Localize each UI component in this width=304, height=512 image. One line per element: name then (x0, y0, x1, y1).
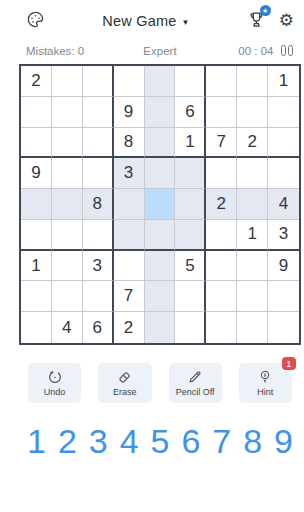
sudoku-cell-r2c5[interactable] (145, 97, 176, 128)
sudoku-cell-r2c8[interactable] (237, 97, 268, 128)
hint-count-badge: 1 (282, 357, 296, 370)
gear-icon: ⚙ (279, 12, 294, 30)
new-game-dropdown[interactable]: New Game ▼ (45, 13, 247, 29)
sudoku-cell-r1c7[interactable] (206, 66, 237, 97)
sudoku-cell-r9c5[interactable] (145, 312, 176, 343)
lightbulb-icon (257, 369, 273, 385)
pencil-label: Pencil Off (176, 387, 215, 397)
sudoku-cell-r2c6[interactable]: 6 (175, 97, 206, 128)
sudoku-cell-r1c4[interactable] (114, 66, 145, 97)
sudoku-cell-r5c2[interactable] (52, 189, 83, 220)
sudoku-cell-r6c7[interactable] (206, 220, 237, 251)
sudoku-cell-r4c8[interactable] (237, 158, 268, 189)
undo-icon (47, 369, 63, 385)
settings-button[interactable]: ⚙ (279, 12, 294, 30)
sudoku-cell-r3c9[interactable] (268, 128, 299, 159)
sudoku-cell-r9c8[interactable] (237, 312, 268, 343)
status-bar: Mistakes: 0 Expert 00 : 04 (16, 44, 304, 57)
erase-label: Erase (113, 387, 137, 397)
hint-button[interactable]: Hint 1 (239, 363, 292, 403)
mistakes-counter: Mistakes: 0 (26, 45, 115, 57)
numpad-5[interactable]: 5 (151, 423, 170, 459)
sudoku-cell-r2c1[interactable] (21, 97, 52, 128)
sudoku-cell-r1c3[interactable] (83, 66, 114, 97)
sudoku-cell-r4c1[interactable]: 9 (21, 158, 52, 189)
sudoku-cell-r8c5[interactable] (145, 281, 176, 312)
pause-icon (288, 45, 293, 56)
header: New Game ▼ ★ ⚙ (16, 0, 304, 32)
erase-button[interactable]: Erase (98, 363, 151, 403)
chevron-down-icon: ▼ (181, 16, 189, 27)
sudoku-cell-r7c1[interactable]: 1 (21, 251, 52, 282)
pause-icon (281, 45, 286, 56)
numpad-8[interactable]: 8 (243, 423, 262, 459)
sudoku-cell-r3c8[interactable]: 2 (237, 128, 268, 159)
numpad-4[interactable]: 4 (120, 423, 139, 459)
sudoku-cell-r5c1[interactable] (21, 189, 52, 220)
sudoku-cell-r4c4[interactable]: 3 (114, 158, 145, 189)
sudoku-cell-r3c4[interactable]: 8 (114, 128, 145, 159)
sudoku-cell-r3c2[interactable] (52, 128, 83, 159)
theme-palette-button[interactable] (26, 10, 45, 33)
sudoku-cell-r1c2[interactable] (52, 66, 83, 97)
sudoku-cell-r6c4[interactable] (114, 220, 145, 251)
star-badge: ★ (260, 5, 271, 16)
header-right: ★ ⚙ (247, 10, 294, 33)
pencil-button[interactable]: Pencil Off (169, 363, 222, 403)
eraser-icon (117, 369, 133, 385)
sudoku-cell-r8c9[interactable] (268, 281, 299, 312)
sudoku-cell-r7c5[interactable] (145, 251, 176, 282)
sudoku-cell-r1c8[interactable] (237, 66, 268, 97)
sudoku-cell-r7c6[interactable]: 5 (175, 251, 206, 282)
sudoku-cell-r9c9[interactable] (268, 312, 299, 343)
sudoku-cell-r8c1[interactable] (21, 281, 52, 312)
sudoku-cell-r9c1[interactable] (21, 312, 52, 343)
sudoku-cell-r1c6[interactable] (175, 66, 206, 97)
sudoku-cell-r8c2[interactable] (52, 281, 83, 312)
sudoku-cell-r5c5[interactable] (145, 189, 176, 220)
pause-button[interactable] (280, 44, 294, 57)
sudoku-cell-r2c7[interactable] (206, 97, 237, 128)
sudoku-cell-r4c9[interactable] (268, 158, 299, 189)
pencil-icon (187, 369, 203, 385)
sudoku-cell-r4c7[interactable] (206, 158, 237, 189)
sudoku-cell-r3c6[interactable]: 1 (175, 128, 206, 159)
sudoku-cell-r1c9[interactable]: 1 (268, 66, 299, 97)
sudoku-cell-r6c5[interactable] (145, 220, 176, 251)
sudoku-cell-r8c7[interactable] (206, 281, 237, 312)
sudoku-cell-r6c1[interactable] (21, 220, 52, 251)
sudoku-cell-r7c3[interactable]: 3 (83, 251, 114, 282)
sudoku-cell-r5c4[interactable] (114, 189, 145, 220)
undo-button[interactable]: Undo (28, 363, 81, 403)
sudoku-cell-r8c3[interactable] (83, 281, 114, 312)
sudoku-cell-r9c2[interactable]: 4 (52, 312, 83, 343)
sudoku-cell-r2c4[interactable]: 9 (114, 97, 145, 128)
page-title: New Game (102, 13, 176, 29)
undo-label: Undo (44, 387, 66, 397)
sudoku-cell-r3c1[interactable] (21, 128, 52, 159)
sudoku-cell-r8c6[interactable] (175, 281, 206, 312)
sudoku-cell-r1c1[interactable]: 2 (21, 66, 52, 97)
sudoku-board: 21968172938241313597462 (19, 64, 301, 345)
sudoku-cell-r5c8[interactable] (237, 189, 268, 220)
sudoku-cell-r2c9[interactable] (268, 97, 299, 128)
sudoku-cell-r4c6[interactable] (175, 158, 206, 189)
sudoku-cell-r3c7[interactable]: 7 (206, 128, 237, 159)
sudoku-cell-r7c9[interactable]: 9 (268, 251, 299, 282)
sudoku-cell-r9c3[interactable]: 6 (83, 312, 114, 343)
sudoku-cell-r5c9[interactable]: 4 (268, 189, 299, 220)
palette-icon (26, 10, 45, 33)
achievements-button[interactable]: ★ (247, 10, 266, 33)
sudoku-cell-r8c8[interactable] (237, 281, 268, 312)
sudoku-cell-r8c4[interactable]: 7 (114, 281, 145, 312)
sudoku-cell-r4c5[interactable] (145, 158, 176, 189)
sudoku-cell-r4c3[interactable] (83, 158, 114, 189)
sudoku-cell-r7c8[interactable] (237, 251, 268, 282)
sudoku-cell-r5c3[interactable]: 8 (83, 189, 114, 220)
sudoku-cell-r3c5[interactable] (145, 128, 176, 159)
sudoku-cell-r9c6[interactable] (175, 312, 206, 343)
numpad-9[interactable]: 9 (274, 423, 293, 459)
sudoku-cell-r2c3[interactable] (83, 97, 114, 128)
sudoku-cell-r7c4[interactable] (114, 251, 145, 282)
number-pad: 123456789 (27, 423, 293, 459)
hint-label: Hint (257, 387, 273, 397)
timer-area: 00 : 04 (205, 44, 294, 57)
numpad-6[interactable]: 6 (181, 423, 200, 459)
toolbar: Undo Erase Pencil Off (28, 363, 292, 403)
sudoku-cell-r5c6[interactable] (175, 189, 206, 220)
sudoku-cell-r6c9[interactable]: 3 (268, 220, 299, 251)
sudoku-cell-r9c4[interactable]: 2 (114, 312, 145, 343)
numpad-2[interactable]: 2 (58, 423, 77, 459)
sudoku-cell-r9c7[interactable] (206, 312, 237, 343)
sudoku-app: New Game ▼ ★ ⚙ M (16, 0, 304, 512)
sudoku-cell-r5c7[interactable]: 2 (206, 189, 237, 220)
numpad-7[interactable]: 7 (212, 423, 231, 459)
sudoku-cell-r2c2[interactable] (52, 97, 83, 128)
sudoku-cell-r1c5[interactable] (145, 66, 176, 97)
sudoku-cell-r6c2[interactable] (52, 220, 83, 251)
sudoku-cell-r6c3[interactable] (83, 220, 114, 251)
timer-value: 00 : 04 (238, 45, 273, 57)
sudoku-cell-r4c2[interactable] (52, 158, 83, 189)
sudoku-cell-r7c7[interactable] (206, 251, 237, 282)
sudoku-cell-r6c6[interactable] (175, 220, 206, 251)
difficulty-label: Expert (115, 45, 204, 57)
sudoku-cell-r6c8[interactable]: 1 (237, 220, 268, 251)
sudoku-cell-r3c3[interactable] (83, 128, 114, 159)
sudoku-cell-r7c2[interactable] (52, 251, 83, 282)
numpad-3[interactable]: 3 (89, 423, 108, 459)
numpad-1[interactable]: 1 (27, 423, 46, 459)
